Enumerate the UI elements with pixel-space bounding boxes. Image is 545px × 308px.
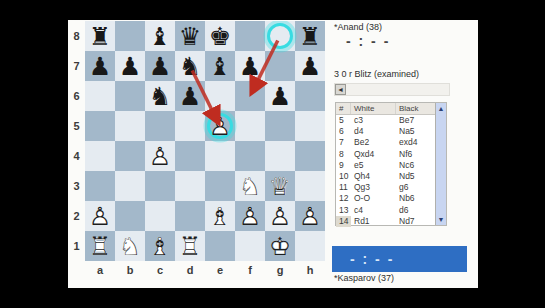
black-move[interactable]: Nd5	[396, 171, 435, 182]
chess-app-window: 87654321 ♜♝♛♚♜♟♟♟♞♝♟♟♞♟♟♟♙♟♙♞♘♛♕♟♙♝♗♟♙♟♙…	[68, 20, 478, 288]
move-row-5[interactable]: 5c3Be7	[336, 115, 435, 126]
square-f6[interactable]	[235, 81, 265, 111]
move-row-12[interactable]: 12O-ONb6	[336, 193, 435, 204]
square-c5[interactable]	[145, 111, 175, 141]
horizontal-scrollbar[interactable]: ◄	[334, 83, 450, 96]
square-e7[interactable]	[205, 51, 235, 81]
rank-label-8: 8	[68, 21, 85, 51]
black-move[interactable]: Nc6	[396, 160, 435, 171]
square-e1[interactable]	[205, 231, 235, 261]
square-c8[interactable]	[145, 21, 175, 51]
square-e8[interactable]	[205, 21, 235, 51]
scroll-down-icon[interactable]: ▼	[436, 214, 446, 225]
square-c3[interactable]	[145, 171, 175, 201]
move-list-scrollbar[interactable]: ▲ ▼	[435, 103, 446, 225]
square-c2[interactable]	[145, 201, 175, 231]
square-f4[interactable]	[235, 141, 265, 171]
square-h6[interactable]	[295, 81, 325, 111]
square-b4[interactable]	[115, 141, 145, 171]
file-label-d: d	[175, 262, 205, 279]
file-label-f: f	[235, 262, 265, 279]
white-move[interactable]: c3	[351, 115, 396, 126]
move-number: 14	[336, 216, 351, 227]
square-f1[interactable]	[235, 231, 265, 261]
move-list-header: # White Black	[336, 103, 435, 115]
square-f2[interactable]	[235, 201, 265, 231]
file-label-h: h	[295, 262, 325, 279]
square-h2[interactable]	[295, 201, 325, 231]
square-b5[interactable]	[115, 111, 145, 141]
square-f7[interactable]	[235, 51, 265, 81]
square-c6[interactable]	[145, 81, 175, 111]
move-number: 7	[336, 137, 351, 148]
square-e4[interactable]	[205, 141, 235, 171]
square-b3[interactable]	[115, 171, 145, 201]
square-h4[interactable]	[295, 141, 325, 171]
square-g3[interactable]	[265, 171, 295, 201]
white-move[interactable]: Rd1	[351, 216, 396, 227]
square-b7[interactable]	[115, 51, 145, 81]
square-f5[interactable]	[235, 111, 265, 141]
square-b2[interactable]	[115, 201, 145, 231]
square-c7[interactable]	[145, 51, 175, 81]
square-e5[interactable]	[205, 111, 235, 141]
move-number: 11	[336, 182, 351, 193]
move-row-13[interactable]: 13c4d6	[336, 205, 435, 216]
scroll-left-button[interactable]: ◄	[335, 84, 346, 95]
game-panel: *Anand (38) - : - - 3 0 r Blitz (examine…	[332, 20, 478, 288]
file-labels: abcdefgh	[85, 262, 325, 279]
move-number: 9	[336, 160, 351, 171]
file-label-g: g	[265, 262, 295, 279]
rank-label-1: 1	[68, 231, 85, 261]
white-move[interactable]: Qxd4	[351, 149, 396, 160]
move-row-8[interactable]: 8Qxd4Nf6	[336, 149, 435, 160]
move-row-10[interactable]: 10Qh4Nd5	[336, 171, 435, 182]
move-number: 13	[336, 205, 351, 216]
black-move[interactable]: Nb6	[396, 193, 435, 204]
square-d8[interactable]	[175, 21, 205, 51]
square-a4[interactable]	[85, 141, 115, 171]
move-rows: 5c3Be76d4Na57Be2exd48Qxd4Nf69e5Nc610Qh4N…	[336, 115, 435, 227]
move-number: 8	[336, 149, 351, 160]
player-top-clock: - : - -	[346, 33, 390, 49]
square-a6[interactable]	[85, 81, 115, 111]
square-c1[interactable]	[145, 231, 175, 261]
square-d1[interactable]	[175, 231, 205, 261]
rank-label-5: 5	[68, 111, 85, 141]
square-g2[interactable]	[265, 201, 295, 231]
white-move[interactable]: e5	[351, 160, 396, 171]
file-label-e: e	[205, 262, 235, 279]
file-label-b: b	[115, 262, 145, 279]
black-move[interactable]: Nf6	[396, 149, 435, 160]
square-a5[interactable]	[85, 111, 115, 141]
square-d7[interactable]	[175, 51, 205, 81]
square-b6[interactable]	[115, 81, 145, 111]
player-bottom-clock: - : - -	[332, 246, 467, 272]
player-top-name: *Anand (38)	[334, 22, 382, 32]
square-d2[interactable]	[175, 201, 205, 231]
move-list: # White Black 5c3Be76d4Na57Be2exd48Qxd4N…	[335, 102, 447, 226]
square-a7[interactable]	[85, 51, 115, 81]
square-e3[interactable]	[205, 171, 235, 201]
rank-label-4: 4	[68, 141, 85, 171]
square-e6[interactable]	[205, 81, 235, 111]
white-move[interactable]: c4	[351, 205, 396, 216]
square-h1[interactable]	[295, 231, 325, 261]
square-h5[interactable]	[295, 111, 325, 141]
black-move[interactable]: g6	[396, 182, 435, 193]
board-squares	[85, 21, 325, 261]
white-move[interactable]: O-O	[351, 193, 396, 204]
black-move[interactable]: Be7	[396, 115, 435, 126]
square-a8[interactable]	[85, 21, 115, 51]
square-e2[interactable]	[205, 201, 235, 231]
black-move[interactable]: Na5	[396, 126, 435, 137]
square-a2[interactable]	[85, 201, 115, 231]
move-number: 6	[336, 126, 351, 137]
rank-labels: 87654321	[68, 21, 85, 261]
white-move[interactable]: d4	[351, 126, 396, 137]
move-number: 10	[336, 171, 351, 182]
square-h3[interactable]	[295, 171, 325, 201]
player-bottom-name: *Kasparov (37)	[334, 273, 394, 283]
black-move[interactable]: Nd7	[396, 216, 435, 227]
move-row-9[interactable]: 9e5Nc6	[336, 160, 435, 171]
square-d5[interactable]	[175, 111, 205, 141]
move-number: 5	[336, 115, 351, 126]
square-b8[interactable]	[115, 21, 145, 51]
file-label-a: a	[85, 262, 115, 279]
square-d3[interactable]	[175, 171, 205, 201]
move-row-6[interactable]: 6d4Na5	[336, 126, 435, 137]
rank-label-3: 3	[68, 171, 85, 201]
move-number: 12	[336, 193, 351, 204]
white-move[interactable]: Qh4	[351, 171, 396, 182]
square-h7[interactable]	[295, 51, 325, 81]
square-h8[interactable]	[295, 21, 325, 51]
square-g5[interactable]	[265, 111, 295, 141]
move-row-11[interactable]: 11Qg3g6	[336, 182, 435, 193]
square-f3[interactable]	[235, 171, 265, 201]
white-move[interactable]: Be2	[351, 137, 396, 148]
square-f8[interactable]	[235, 21, 265, 51]
white-move[interactable]: Qg3	[351, 182, 396, 193]
square-g7[interactable]	[265, 51, 295, 81]
rank-label-2: 2	[68, 201, 85, 231]
header-black: Black	[396, 103, 435, 114]
black-move[interactable]: exd4	[396, 137, 435, 148]
square-b1[interactable]	[115, 231, 145, 261]
rank-label-7: 7	[68, 51, 85, 81]
square-c4[interactable]	[145, 141, 175, 171]
game-info-label: 3 0 r Blitz (examined)	[334, 69, 419, 79]
chess-board: ♜♝♛♚♜♟♟♟♞♝♟♟♞♟♟♟♙♟♙♞♘♛♕♟♙♝♗♟♙♟♙♟♙♜♖♞♘♝♗♜…	[85, 21, 325, 261]
move-row-14[interactable]: 14Rd1Nd7	[336, 216, 435, 227]
square-g8[interactable]	[265, 21, 295, 51]
header-move-number: #	[336, 103, 351, 114]
move-row-7[interactable]: 7Be2exd4	[336, 137, 435, 148]
square-a1[interactable]	[85, 231, 115, 261]
header-white: White	[351, 103, 396, 114]
file-label-c: c	[145, 262, 175, 279]
square-a3[interactable]	[85, 171, 115, 201]
square-g4[interactable]	[265, 141, 295, 171]
black-move[interactable]: d6	[396, 205, 435, 216]
rank-label-6: 6	[68, 81, 85, 111]
square-g6[interactable]	[265, 81, 295, 111]
square-g1[interactable]	[265, 231, 295, 261]
scroll-up-icon[interactable]: ▲	[436, 103, 446, 114]
square-d6[interactable]	[175, 81, 205, 111]
square-d4[interactable]	[175, 141, 205, 171]
